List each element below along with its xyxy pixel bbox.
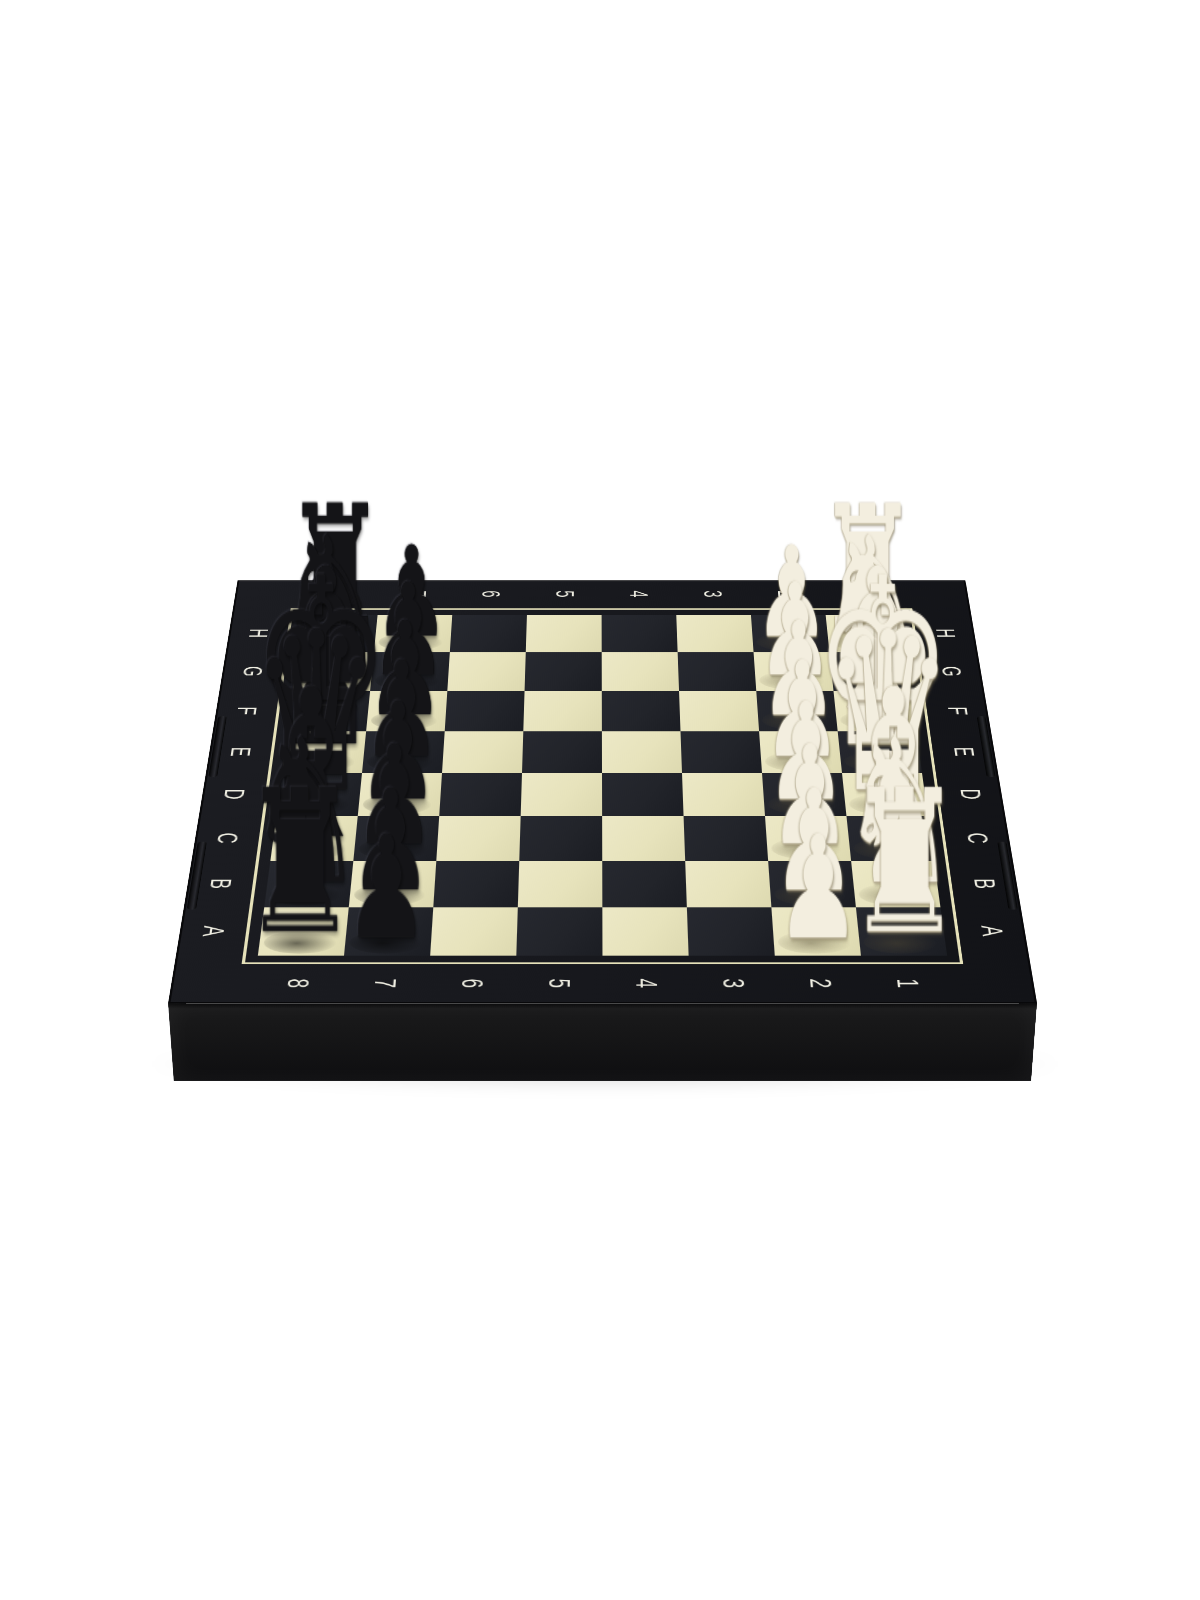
- square-h3[interactable]: [676, 615, 753, 653]
- square-f5[interactable]: [523, 691, 602, 731]
- square-g5[interactable]: [525, 652, 602, 691]
- square-e5[interactable]: [522, 731, 602, 773]
- rank-label: 5: [535, 576, 593, 612]
- piece-white-rook[interactable]: ♜: [856, 907, 947, 955]
- product-photo-page: 87654321 87654321 HGFEDCBA HGFEDCBA ♜♞♝♛…: [0, 0, 1200, 1600]
- square-g4[interactable]: [602, 652, 679, 691]
- scene-viewport: 87654321 87654321 HGFEDCBA HGFEDCBA ♜♞♝♛…: [0, 0, 1200, 1600]
- square-g6[interactable]: [447, 652, 525, 691]
- box-front-face: [168, 1003, 1037, 1081]
- square-h5[interactable]: [526, 615, 602, 653]
- square-e6[interactable]: [442, 731, 523, 773]
- rank-label: 6: [461, 576, 520, 612]
- square-f3[interactable]: [679, 691, 759, 731]
- square-e3[interactable]: [680, 731, 762, 773]
- piece-black-rook[interactable]: ♜: [258, 907, 349, 955]
- square-e4[interactable]: [602, 731, 682, 773]
- square-h4[interactable]: [602, 615, 678, 653]
- rank-label: 3: [683, 576, 742, 612]
- square-f6[interactable]: [445, 691, 525, 731]
- square-f4[interactable]: [602, 691, 681, 731]
- rank-label: 7: [386, 576, 446, 612]
- rank-label: 2: [756, 576, 816, 612]
- square-g3[interactable]: [678, 652, 757, 691]
- white-rook-icon: ♜: [846, 764, 964, 962]
- rank-label: 4: [610, 576, 668, 612]
- black-rook-icon: ♜: [241, 764, 359, 962]
- chess-board-box: 87654321 87654321 HGFEDCBA HGFEDCBA ♜♞♝♛…: [168, 580, 1037, 1003]
- square-h6[interactable]: [450, 615, 527, 653]
